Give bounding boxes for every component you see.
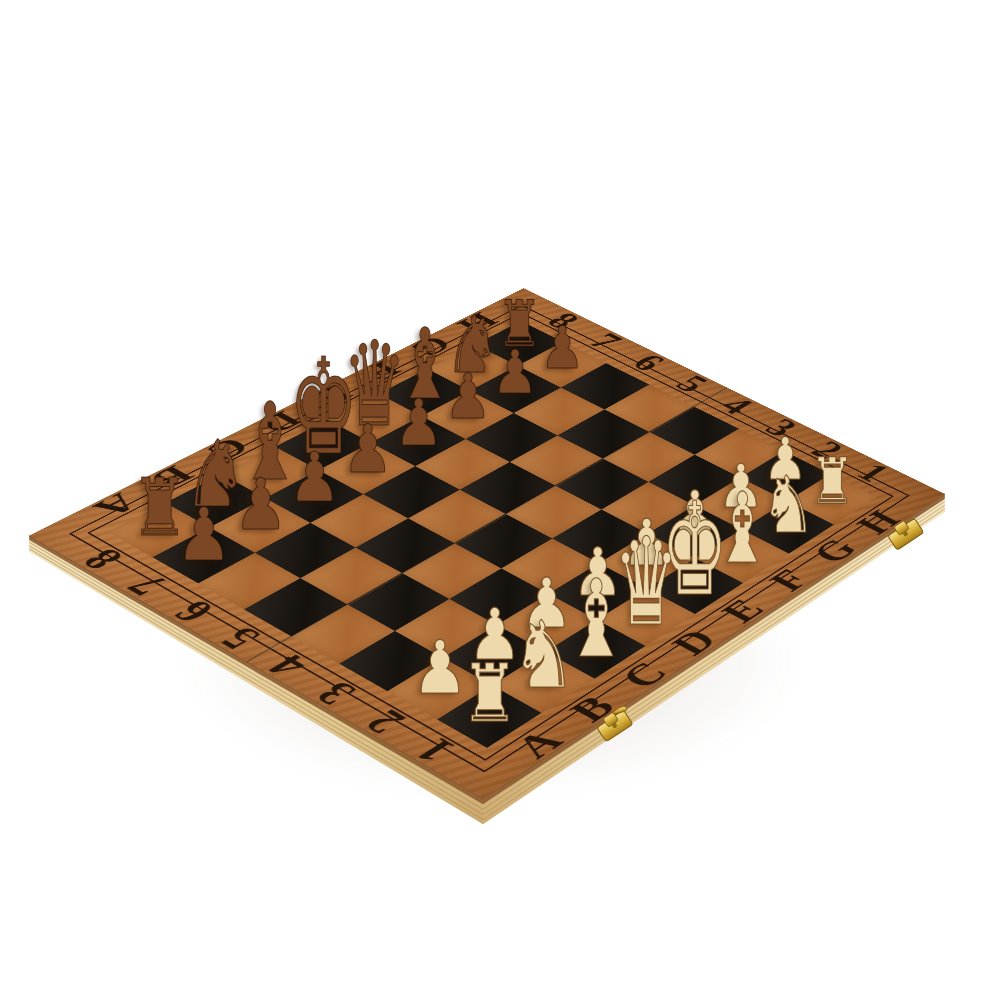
piece-white-rook-a1[interactable]: ♜ <box>390 654 590 734</box>
rook-glyph: ♜ <box>461 654 518 734</box>
pawn-glyph: ♟ <box>176 498 232 571</box>
product-photo-backdrop: AA88BB77CC66DD55EE44FF33GG22HH11 ♜♞♝♚♛♝♞… <box>0 0 1000 1000</box>
piece-black-pawn-a7[interactable]: ♟ <box>104 498 304 571</box>
